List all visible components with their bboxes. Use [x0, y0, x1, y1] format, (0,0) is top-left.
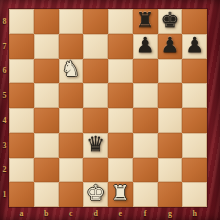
square-f8[interactable]: ♜: [133, 9, 158, 34]
square-c1[interactable]: [59, 182, 84, 207]
square-b4[interactable]: [34, 108, 59, 133]
rank-label-5: 5: [0, 83, 9, 108]
square-a6[interactable]: [9, 59, 34, 84]
square-e7[interactable]: [108, 34, 133, 59]
file-labels: abcdefgh: [9, 207, 207, 220]
square-e2[interactable]: [108, 158, 133, 183]
square-e4[interactable]: [108, 108, 133, 133]
square-h5[interactable]: [182, 83, 207, 108]
square-f4[interactable]: [133, 108, 158, 133]
square-d3[interactable]: ♛: [83, 133, 108, 158]
black-queen[interactable]: ♛: [86, 134, 105, 155]
square-e3[interactable]: [108, 133, 133, 158]
square-b8[interactable]: [34, 9, 59, 34]
square-h1[interactable]: [182, 182, 207, 207]
square-h7[interactable]: ♟: [182, 34, 207, 59]
square-b6[interactable]: [34, 59, 59, 84]
rank-label-1: 1: [0, 182, 9, 207]
square-f1[interactable]: [133, 182, 158, 207]
rank-label-8: 8: [0, 9, 9, 34]
square-h3[interactable]: [182, 133, 207, 158]
black-pawn[interactable]: ♟: [185, 35, 204, 56]
rank-label-4: 4: [0, 108, 9, 133]
file-label-c: c: [59, 207, 84, 220]
white-knight[interactable]: ♞: [61, 59, 80, 80]
rank-label-7: 7: [0, 34, 9, 59]
square-f5[interactable]: [133, 83, 158, 108]
square-e5[interactable]: [108, 83, 133, 108]
square-d2[interactable]: [83, 158, 108, 183]
square-g2[interactable]: [158, 158, 183, 183]
file-label-h: h: [182, 207, 207, 220]
square-b7[interactable]: [34, 34, 59, 59]
square-a1[interactable]: [9, 182, 34, 207]
square-h6[interactable]: [182, 59, 207, 84]
square-d5[interactable]: [83, 83, 108, 108]
square-g3[interactable]: [158, 133, 183, 158]
square-c7[interactable]: [59, 34, 84, 59]
square-a4[interactable]: [9, 108, 34, 133]
square-c8[interactable]: [59, 9, 84, 34]
square-c3[interactable]: [59, 133, 84, 158]
square-c4[interactable]: [59, 108, 84, 133]
square-a3[interactable]: [9, 133, 34, 158]
file-label-b: b: [34, 207, 59, 220]
rank-label-3: 3: [0, 133, 9, 158]
square-d1[interactable]: ♚: [83, 182, 108, 207]
square-a7[interactable]: [9, 34, 34, 59]
square-b2[interactable]: [34, 158, 59, 183]
file-label-a: a: [9, 207, 34, 220]
square-g5[interactable]: [158, 83, 183, 108]
square-a5[interactable]: [9, 83, 34, 108]
rank-label-6: 6: [0, 59, 9, 84]
square-c2[interactable]: [59, 158, 84, 183]
square-d7[interactable]: [83, 34, 108, 59]
square-e8[interactable]: [108, 9, 133, 34]
file-label-d: d: [83, 207, 108, 220]
square-g4[interactable]: [158, 108, 183, 133]
rank-labels: 87654321: [0, 9, 9, 207]
square-f7[interactable]: ♟: [133, 34, 158, 59]
square-d6[interactable]: [83, 59, 108, 84]
square-g7[interactable]: ♟: [158, 34, 183, 59]
square-b1[interactable]: [34, 182, 59, 207]
file-label-f: f: [133, 207, 158, 220]
square-f2[interactable]: [133, 158, 158, 183]
square-e6[interactable]: [108, 59, 133, 84]
black-king[interactable]: ♚: [160, 10, 179, 31]
square-h4[interactable]: [182, 108, 207, 133]
chess-board: ♜♚♟♟♟♞♛♚♜: [9, 9, 207, 207]
square-f6[interactable]: [133, 59, 158, 84]
square-a8[interactable]: [9, 9, 34, 34]
rank-label-2: 2: [0, 158, 9, 183]
square-d8[interactable]: [83, 9, 108, 34]
square-g1[interactable]: [158, 182, 183, 207]
square-f3[interactable]: [133, 133, 158, 158]
file-label-e: e: [108, 207, 133, 220]
black-pawn[interactable]: ♟: [160, 35, 179, 56]
square-g6[interactable]: [158, 59, 183, 84]
white-rook[interactable]: ♜: [111, 183, 130, 204]
square-h8[interactable]: [182, 9, 207, 34]
square-c5[interactable]: [59, 83, 84, 108]
chess-board-frame: 87654321 abcdefgh ♜♚♟♟♟♞♛♚♜: [0, 0, 220, 220]
square-d4[interactable]: [83, 108, 108, 133]
square-h2[interactable]: [182, 158, 207, 183]
square-b3[interactable]: [34, 133, 59, 158]
black-pawn[interactable]: ♟: [136, 35, 155, 56]
black-rook[interactable]: ♜: [136, 10, 155, 31]
file-label-g: g: [158, 207, 183, 220]
white-king[interactable]: ♚: [86, 183, 105, 204]
square-g8[interactable]: ♚: [158, 9, 183, 34]
square-b5[interactable]: [34, 83, 59, 108]
square-c6[interactable]: ♞: [59, 59, 84, 84]
square-e1[interactable]: ♜: [108, 182, 133, 207]
square-a2[interactable]: [9, 158, 34, 183]
